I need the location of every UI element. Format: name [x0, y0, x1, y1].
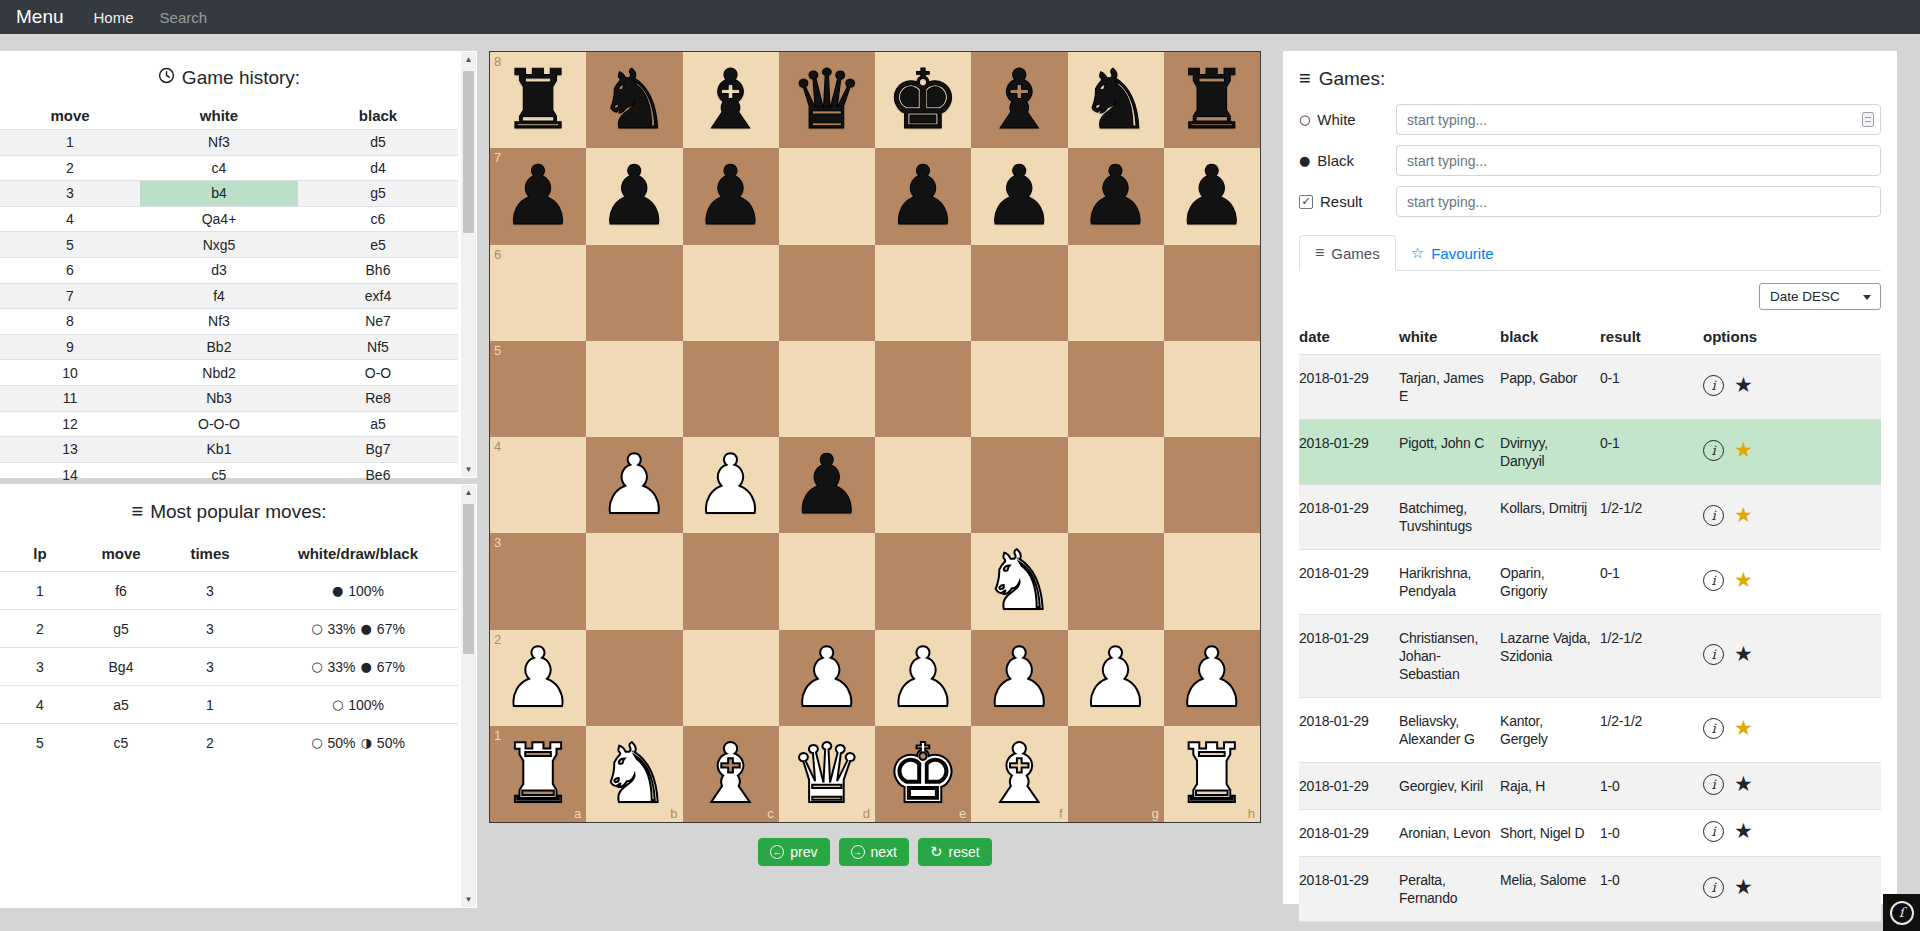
- black-bishop-piece[interactable]: ♝: [983, 52, 1057, 148]
- black-rook-piece[interactable]: ♜: [1175, 52, 1249, 148]
- black-knight-piece[interactable]: ♞: [1079, 52, 1153, 148]
- white-pawn-piece[interactable]: ♟: [694, 437, 768, 533]
- black-pawn-piece[interactable]: ♟: [983, 148, 1057, 244]
- game-result-cell: 1-0: [1600, 810, 1703, 856]
- game-row[interactable]: 2018-01-29Harikrishna, PendyalaOparin, G…: [1299, 549, 1881, 614]
- file-label: d: [863, 806, 870, 821]
- game-black-cell: Dvirnyy, Danyyil: [1500, 420, 1600, 484]
- white-knight-piece[interactable]: ♞: [983, 533, 1057, 629]
- square-d3[interactable]: [779, 533, 875, 629]
- black-pawn-piece[interactable]: ♟: [598, 148, 672, 244]
- star-icon[interactable]: ★: [1734, 644, 1753, 665]
- white-bishop-piece[interactable]: ♝: [694, 726, 768, 822]
- sort-row: Date DESC: [1299, 283, 1881, 310]
- square-e7[interactable]: ♟: [875, 148, 971, 244]
- popular-lp-cell: 4: [0, 686, 80, 723]
- history-move-cell[interactable]: 12: [0, 412, 140, 437]
- history-move-cell[interactable]: 3: [0, 181, 140, 206]
- history-white-cell[interactable]: Kb1: [140, 437, 298, 462]
- prev-move-button[interactable]: ← prev: [758, 838, 829, 866]
- game-white-cell: Rapport, Richard: [1399, 922, 1500, 931]
- scroll-down-icon[interactable]: ▼: [461, 462, 476, 477]
- game-row[interactable]: 2018-01-29Tarjan, James EPapp, Gabor0-1i…: [1299, 355, 1881, 419]
- white-circle-icon: ○: [311, 659, 322, 674]
- game-result-cell: 1-0: [1600, 922, 1703, 931]
- history-white-cell[interactable]: Nb3: [140, 386, 298, 411]
- square-e3[interactable]: [875, 533, 971, 629]
- info-icon[interactable]: i: [1703, 505, 1724, 526]
- game-row[interactable]: 2018-01-29Batchimeg, TuvshintugsKollars,…: [1299, 484, 1881, 549]
- stat-value: 50%: [327, 735, 355, 751]
- black-pawn-piece[interactable]: ♟: [694, 148, 768, 244]
- history-move-cell[interactable]: 6: [0, 258, 140, 283]
- square-c3[interactable]: [683, 533, 779, 629]
- popular-stats-cell: ○33%●67%: [258, 648, 458, 685]
- file-label: c: [767, 806, 774, 821]
- black-circle-icon: ●: [1299, 153, 1310, 168]
- square-h7[interactable]: ♟: [1164, 148, 1260, 244]
- white-pawn-piece[interactable]: ♟: [1079, 630, 1153, 726]
- col-move: move: [80, 537, 162, 571]
- game-history-table: move white black 1Nf3d52c4d43b4g54Qa4+c6…: [0, 103, 458, 487]
- white-pawn-piece[interactable]: ♟: [790, 630, 864, 726]
- star-icon[interactable]: ★: [1734, 375, 1753, 396]
- game-row[interactable]: 2018-01-29Rapport, RichardHuzman, Alexan…: [1299, 921, 1881, 931]
- game-black-cell: Short, Nigel D: [1500, 810, 1600, 856]
- square-g5[interactable]: [1068, 341, 1164, 437]
- result-filter-label: ✓ Result: [1299, 193, 1396, 210]
- star-icon[interactable]: ★: [1734, 774, 1753, 795]
- square-b7[interactable]: ♟: [586, 148, 682, 244]
- game-black-cell: Raja, H: [1500, 763, 1600, 809]
- square-c5[interactable]: [683, 341, 779, 437]
- square-f6[interactable]: [971, 245, 1067, 341]
- list-icon: ≡: [1299, 67, 1311, 90]
- game-history-row: 3b4g5: [0, 180, 458, 206]
- square-c2[interactable]: [683, 630, 779, 726]
- white-bishop-piece[interactable]: ♝: [983, 726, 1057, 822]
- square-g7[interactable]: ♟: [1068, 148, 1164, 244]
- square-d4[interactable]: ♟: [779, 437, 875, 533]
- history-black-cell[interactable]: d5: [298, 130, 458, 155]
- square-a5[interactable]: 5: [490, 341, 586, 437]
- game-date-cell: 2018-01-29: [1299, 857, 1399, 921]
- square-b3[interactable]: [586, 533, 682, 629]
- popular-times-cell: 2: [162, 724, 258, 761]
- white-circle-icon: ○: [332, 697, 343, 712]
- col-options: options: [1703, 320, 1881, 354]
- scroll-up-icon[interactable]: ▲: [461, 485, 476, 500]
- square-f7[interactable]: ♟: [971, 148, 1067, 244]
- history-move-cell[interactable]: 5: [0, 232, 140, 257]
- square-a7[interactable]: 7♟: [490, 148, 586, 244]
- square-b6[interactable]: [586, 245, 682, 341]
- history-white-cell[interactable]: c4: [140, 156, 298, 181]
- history-white-cell[interactable]: Qa4+: [140, 207, 298, 232]
- history-white-cell[interactable]: Nf3: [140, 309, 298, 334]
- stat-value: 50%: [377, 735, 405, 751]
- popular-move-row[interactable]: 1f63●100%: [0, 572, 458, 609]
- history-move-cell[interactable]: 8: [0, 309, 140, 334]
- game-date-cell: 2018-01-29: [1299, 485, 1399, 549]
- games-table-header: date white black result options: [1299, 320, 1881, 355]
- result-filter-input[interactable]: [1396, 186, 1881, 217]
- square-h3[interactable]: [1164, 533, 1260, 629]
- navbar-brand[interactable]: Menu: [16, 6, 64, 28]
- game-options-cell: i★: [1703, 857, 1881, 921]
- filter-row-result: ✓ Result: [1299, 186, 1881, 217]
- game-options-cell: i★: [1703, 698, 1881, 762]
- popular-stats-cell: ○50%◑50%: [258, 724, 458, 761]
- history-move-cell[interactable]: 2: [0, 156, 140, 181]
- game-row[interactable]: 2018-01-29Aronian, LevonShort, Nigel D1-…: [1299, 809, 1881, 856]
- popular-lp-cell: 2: [0, 610, 80, 647]
- info-icon[interactable]: i: [1703, 821, 1724, 842]
- white-queen-piece[interactable]: ♛: [790, 726, 864, 822]
- game-history-row: 7f4exf4: [0, 283, 458, 309]
- info-icon[interactable]: i: [1703, 570, 1724, 591]
- square-a1[interactable]: 1a♜: [490, 726, 586, 822]
- history-black-cell[interactable]: Ne7: [298, 309, 458, 334]
- games-tabbar: ≡ Games ☆ Favourite: [1299, 231, 1881, 271]
- game-history-title: Game history:: [0, 51, 458, 103]
- white-pawn-piece[interactable]: ♟: [1175, 630, 1249, 726]
- square-h8[interactable]: ♜: [1164, 52, 1260, 148]
- game-options-cell: i★: [1703, 615, 1881, 697]
- game-history-row: 6d3Bh6: [0, 257, 458, 283]
- black-bishop-piece[interactable]: ♝: [694, 52, 768, 148]
- history-move-cell[interactable]: 11: [0, 386, 140, 411]
- black-pawn-piece[interactable]: ♟: [886, 148, 960, 244]
- game-result-cell: 0-1: [1600, 420, 1703, 484]
- game-black-cell: Oparin, Grigoriy: [1500, 550, 1600, 614]
- square-a4[interactable]: 4: [490, 437, 586, 533]
- game-date-cell: 2018-01-29: [1299, 698, 1399, 762]
- square-b2[interactable]: [586, 630, 682, 726]
- black-circle-icon: ●: [332, 583, 343, 598]
- square-f2[interactable]: ♟: [971, 630, 1067, 726]
- info-icon[interactable]: i: [1703, 774, 1724, 795]
- history-white-cell[interactable]: Nf3: [140, 130, 298, 155]
- black-pawn-piece[interactable]: ♟: [1079, 148, 1153, 244]
- scroll-down-icon[interactable]: ▼: [461, 892, 476, 907]
- history-white-cell[interactable]: O-O-O: [140, 412, 298, 437]
- game-result-cell: 1/2-1/2: [1600, 615, 1703, 697]
- game-date-cell: 2018-01-29: [1299, 615, 1399, 697]
- star-icon[interactable]: ★: [1734, 877, 1753, 898]
- game-black-cell: Huzman, Alexander: [1500, 922, 1600, 931]
- white-circle-icon: ○: [311, 735, 322, 750]
- game-history-card: Game history: move white black 1Nf3d52c4…: [0, 51, 477, 478]
- history-black-cell[interactable]: c6: [298, 207, 458, 232]
- square-a3[interactable]: 3: [490, 533, 586, 629]
- game-black-cell: Kollars, Dmitrij: [1500, 485, 1600, 549]
- game-options-cell: i★: [1703, 922, 1881, 931]
- board-controls: ← prev → next ↻ reset: [489, 838, 1261, 866]
- square-f8[interactable]: ♝: [971, 52, 1067, 148]
- popular-move-cell: Bg4: [80, 648, 162, 685]
- square-d6[interactable]: [779, 245, 875, 341]
- history-white-cell[interactable]: Nbd2: [140, 360, 298, 385]
- history-black-cell[interactable]: O-O: [298, 360, 458, 385]
- stat-value: 100%: [348, 583, 384, 599]
- square-f3[interactable]: ♞: [971, 533, 1067, 629]
- favourite-star-icon[interactable]: ★: [1734, 505, 1753, 526]
- sort-select[interactable]: Date DESC: [1759, 283, 1881, 310]
- game-history-row: 1Nf3d5: [0, 130, 458, 155]
- col-result: result: [1600, 320, 1703, 354]
- square-h2[interactable]: ♟: [1164, 630, 1260, 726]
- popular-move-row[interactable]: 5c52○50%◑50%: [0, 723, 458, 761]
- game-white-cell: Batchimeg, Tuvshintugs: [1399, 485, 1500, 549]
- history-black-cell[interactable]: g5: [298, 181, 458, 206]
- game-black-cell: Papp, Gabor: [1500, 355, 1600, 419]
- square-h1[interactable]: h♜: [1164, 726, 1260, 822]
- nav-link-home[interactable]: Home: [94, 9, 134, 26]
- file-label: h: [1248, 806, 1255, 821]
- square-c7[interactable]: ♟: [683, 148, 779, 244]
- square-g2[interactable]: ♟: [1068, 630, 1164, 726]
- game-options-cell: i★: [1703, 420, 1881, 484]
- game-row[interactable]: 2018-01-29Beliavsky, Alexander GKantor, …: [1299, 697, 1881, 762]
- square-d7[interactable]: [779, 148, 875, 244]
- col-lp: lp: [0, 537, 80, 571]
- game-date-cell: 2018-01-29: [1299, 420, 1399, 484]
- game-history-row: 11Nb3Re8: [0, 385, 458, 411]
- square-a6[interactable]: 6: [490, 245, 586, 341]
- square-g1[interactable]: g: [1068, 726, 1164, 822]
- scrollbar-thumb[interactable]: [463, 71, 474, 233]
- game-row[interactable]: 2018-01-29Georgiev, KirilRaja, H1-0i★: [1299, 762, 1881, 809]
- black-pawn-piece[interactable]: ♟: [1175, 148, 1249, 244]
- chess-board[interactable]: 8♜♞♝♛♚♝♞♜7♟♟♟♟♟♟♟654♟♟♟3♞2♟♟♟♟♟♟1a♜b♞c♝d…: [489, 51, 1261, 823]
- popular-times-cell: 3: [162, 648, 258, 685]
- square-g6[interactable]: [1068, 245, 1164, 341]
- stat-value: 100%: [348, 697, 384, 713]
- square-d2[interactable]: ♟: [779, 630, 875, 726]
- square-d5[interactable]: [779, 341, 875, 437]
- stat-value: 67%: [377, 621, 405, 637]
- tab-favourite[interactable]: ☆ Favourite: [1396, 236, 1509, 270]
- square-e6[interactable]: [875, 245, 971, 341]
- history-move-cell[interactable]: 1: [0, 130, 140, 155]
- game-history-row: 4Qa4+c6: [0, 206, 458, 232]
- game-black-cell: Lazarne Vajda, Szidonia: [1500, 615, 1600, 697]
- col-wdb: white/draw/black: [258, 537, 458, 571]
- symfony-profiler-icon[interactable]: ſ: [1883, 894, 1920, 931]
- game-row[interactable]: 2018-01-29Christiansen, Johan-SebastianL…: [1299, 614, 1881, 697]
- checkbox-checked-icon[interactable]: ✓: [1299, 195, 1313, 209]
- popular-lp-cell: 3: [0, 648, 80, 685]
- game-options-cell: i★: [1703, 355, 1881, 419]
- history-white-cell[interactable]: b4: [140, 181, 298, 206]
- black-pawn-piece[interactable]: ♟: [501, 148, 575, 244]
- popular-move-row[interactable]: 3Bg43○33%●67%: [0, 647, 458, 685]
- history-move-cell[interactable]: 10: [0, 360, 140, 385]
- popular-move-cell: a5: [80, 686, 162, 723]
- game-white-cell: Peralta, Fernando: [1399, 857, 1500, 921]
- info-icon[interactable]: i: [1703, 877, 1724, 898]
- popular-moves-scrollbar[interactable]: ▲ ▼: [461, 485, 476, 907]
- white-king-piece[interactable]: ♚: [886, 726, 960, 822]
- game-history-row: 12O-O-Oa5: [0, 411, 458, 437]
- popular-moves-card: ≡ Most popular moves: lp move times whit…: [0, 484, 477, 908]
- game-history-row: 10Nbd2O-O: [0, 359, 458, 385]
- square-g8[interactable]: ♞: [1068, 52, 1164, 148]
- favourite-star-icon[interactable]: ★: [1734, 718, 1753, 739]
- square-a2[interactable]: 2♟: [490, 630, 586, 726]
- history-black-cell[interactable]: Bg7: [298, 437, 458, 462]
- square-b1[interactable]: b♞: [586, 726, 682, 822]
- white-filter-label: ○ White: [1299, 111, 1396, 128]
- square-c6[interactable]: [683, 245, 779, 341]
- star-outline-icon: ☆: [1411, 244, 1424, 262]
- square-b8[interactable]: ♞: [586, 52, 682, 148]
- history-move-cell[interactable]: 13: [0, 437, 140, 462]
- white-pawn-piece[interactable]: ♟: [983, 630, 1057, 726]
- game-row[interactable]: 2018-01-29Peralta, FernandoMelia, Salome…: [1299, 856, 1881, 921]
- game-date-cell: 2018-01-29: [1299, 810, 1399, 856]
- square-h4[interactable]: [1164, 437, 1260, 533]
- prev-circle-arrow-icon: ←: [770, 845, 784, 859]
- rank-label: 8: [494, 54, 501, 69]
- square-a8[interactable]: 8♜: [490, 52, 586, 148]
- white-rook-piece[interactable]: ♜: [1175, 726, 1249, 822]
- game-history-header: move white black: [0, 103, 458, 130]
- square-f5[interactable]: [971, 341, 1067, 437]
- game-white-cell: Georgiev, Kiril: [1399, 763, 1500, 809]
- nav-link-search[interactable]: Search: [160, 9, 208, 26]
- square-d1[interactable]: d♛: [779, 726, 875, 822]
- square-f1[interactable]: f♝: [971, 726, 1067, 822]
- history-black-cell[interactable]: exf4: [298, 284, 458, 309]
- info-icon[interactable]: i: [1703, 644, 1724, 665]
- history-black-cell[interactable]: Re8: [298, 386, 458, 411]
- history-move-cell[interactable]: 7: [0, 284, 140, 309]
- square-b4[interactable]: ♟: [586, 437, 682, 533]
- popular-times-cell: 1: [162, 686, 258, 723]
- history-white-cell[interactable]: f4: [140, 284, 298, 309]
- game-result-cell: 1/2-1/2: [1600, 485, 1703, 549]
- info-icon[interactable]: i: [1703, 718, 1724, 739]
- game-white-cell: Tarjan, James E: [1399, 355, 1500, 419]
- star-icon[interactable]: ★: [1734, 821, 1753, 842]
- square-c8[interactable]: ♝: [683, 52, 779, 148]
- game-history-row: 9Bb2Nf5: [0, 334, 458, 360]
- square-c4[interactable]: ♟: [683, 437, 779, 533]
- black-pawn-piece[interactable]: ♟: [790, 437, 864, 533]
- game-history-scrollbar[interactable]: ▲ ▼: [461, 52, 476, 477]
- game-white-cell: Pigott, John C: [1399, 420, 1500, 484]
- square-c1[interactable]: c♝: [683, 726, 779, 822]
- square-d8[interactable]: ♛: [779, 52, 875, 148]
- black-king-piece[interactable]: ♚: [886, 52, 960, 148]
- half-circle-icon: ◑: [361, 735, 372, 750]
- history-move-cell[interactable]: 4: [0, 207, 140, 232]
- square-e2[interactable]: ♟: [875, 630, 971, 726]
- scrollbar-thumb[interactable]: [463, 504, 474, 654]
- history-white-cell[interactable]: Bb2: [140, 335, 298, 360]
- game-row[interactable]: 2018-01-29Pigott, John CDvirnyy, Danyyil…: [1299, 419, 1881, 484]
- white-pawn-piece[interactable]: ♟: [886, 630, 960, 726]
- reset-icon: ↻: [930, 845, 943, 860]
- filter-row-black: ● Black: [1299, 145, 1881, 176]
- next-move-button[interactable]: → next: [839, 838, 909, 866]
- popular-move-row[interactable]: 4a51○100%: [0, 685, 458, 723]
- popular-stats-cell: ○33%●67%: [258, 610, 458, 647]
- black-rook-piece[interactable]: ♜: [501, 52, 575, 148]
- game-result-cell: 1-0: [1600, 857, 1703, 921]
- history-black-cell[interactable]: e5: [298, 232, 458, 257]
- clock-icon: [158, 67, 175, 89]
- scroll-up-icon[interactable]: ▲: [461, 52, 476, 67]
- square-e8[interactable]: ♚: [875, 52, 971, 148]
- col-white: white: [1399, 320, 1500, 354]
- square-e1[interactable]: e♚: [875, 726, 971, 822]
- history-black-cell[interactable]: d4: [298, 156, 458, 181]
- next-circle-arrow-icon: →: [851, 845, 865, 859]
- game-options-cell: i★: [1703, 550, 1881, 614]
- history-black-cell[interactable]: Bh6: [298, 258, 458, 283]
- popular-move-cell: g5: [80, 610, 162, 647]
- rank-label: 1: [494, 728, 501, 743]
- game-white-cell: Christiansen, Johan-Sebastian: [1399, 615, 1500, 697]
- info-icon[interactable]: i: [1703, 375, 1724, 396]
- list-icon: ≡: [131, 500, 143, 523]
- favourite-star-icon[interactable]: ★: [1734, 570, 1753, 591]
- square-f4[interactable]: [971, 437, 1067, 533]
- black-circle-icon: ●: [361, 659, 372, 674]
- white-knight-piece[interactable]: ♞: [598, 726, 672, 822]
- col-move: move: [0, 103, 140, 129]
- popular-lp-cell: 1: [0, 572, 80, 609]
- history-black-cell[interactable]: Nf5: [298, 335, 458, 360]
- info-icon[interactable]: i: [1703, 440, 1724, 461]
- history-black-cell[interactable]: a5: [298, 412, 458, 437]
- game-white-cell: Harikrishna, Pendyala: [1399, 550, 1500, 614]
- black-circle-icon: ●: [361, 621, 372, 636]
- history-white-cell[interactable]: d3: [140, 258, 298, 283]
- white-pawn-piece[interactable]: ♟: [598, 437, 672, 533]
- file-label: b: [670, 806, 677, 821]
- popular-stats-cell: ●100%: [258, 572, 458, 609]
- black-knight-piece[interactable]: ♞: [598, 52, 672, 148]
- white-filter-input[interactable]: [1396, 104, 1881, 135]
- square-e5[interactable]: [875, 341, 971, 437]
- file-label: a: [574, 806, 581, 821]
- square-b5[interactable]: [586, 341, 682, 437]
- square-g3[interactable]: [1068, 533, 1164, 629]
- black-queen-piece[interactable]: ♛: [790, 52, 864, 148]
- white-rook-piece[interactable]: ♜: [501, 726, 575, 822]
- white-pawn-piece[interactable]: ♟: [501, 630, 575, 726]
- game-result-cell: 1-0: [1600, 763, 1703, 809]
- square-h6[interactable]: [1164, 245, 1260, 341]
- reset-button[interactable]: ↻ reset: [918, 838, 992, 866]
- history-move-cell[interactable]: 9: [0, 335, 140, 360]
- tab-games[interactable]: ≡ Games: [1299, 235, 1396, 271]
- filter-row-white: ○ White: [1299, 104, 1881, 135]
- square-h5[interactable]: [1164, 341, 1260, 437]
- popular-move-row[interactable]: 2g53○33%●67%: [0, 609, 458, 647]
- rank-label: 7: [494, 150, 501, 165]
- favourite-star-icon[interactable]: ★: [1734, 440, 1753, 461]
- square-g4[interactable]: [1068, 437, 1164, 533]
- game-options-cell: i★: [1703, 763, 1881, 809]
- square-e4[interactable]: [875, 437, 971, 533]
- black-filter-input[interactable]: [1396, 145, 1881, 176]
- history-white-cell[interactable]: Nxg5: [140, 232, 298, 257]
